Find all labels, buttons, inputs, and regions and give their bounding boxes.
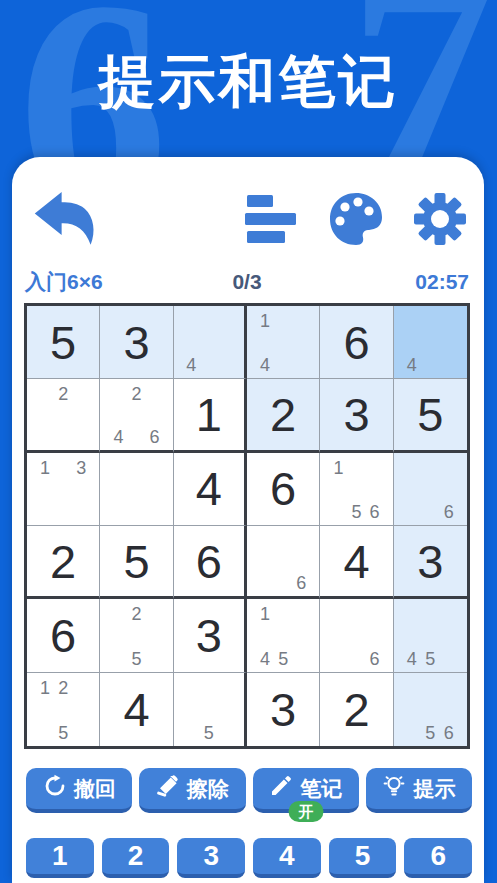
hint-button[interactable]: 提示 [366,768,472,813]
numpad-button-6[interactable]: 6 [404,838,472,878]
stats-icon [244,233,298,250]
cell-value: 3 [394,526,467,596]
grid-cell-r3c1[interactable]: 13 [27,453,100,526]
grid-cell-r2c5[interactable]: 3 [320,379,393,452]
grid-cell-r3c3[interactable]: 4 [174,453,247,526]
undo-button[interactable]: 撤回 [26,768,132,813]
cell-value: 5 [394,379,467,449]
undo-label: 撤回 [74,775,116,803]
grid-cell-r4c5[interactable]: 4 [320,526,393,599]
grid-cell-r5c2[interactable]: 25 [100,599,173,672]
cell-value: 6 [247,453,319,525]
number-pad: 1 2 3 4 5 6 [26,838,472,878]
settings-icon [412,233,468,250]
numpad-button-3[interactable]: 3 [177,838,245,878]
grid-cell-r6c5[interactable]: 2 [320,673,393,746]
notes-label: 笔记 [300,775,342,803]
grid-cell-r4c4[interactable]: 6 [247,526,320,599]
sudoku-board: 5341464224612351346156625664362531456451… [24,303,470,749]
settings-button[interactable] [412,191,468,247]
status-bar: 入门6×6 0/3 02:57 [25,267,469,297]
numpad-button-5[interactable]: 5 [329,838,397,878]
cell-notes: 2 [36,381,90,445]
grid-cell-r1c4[interactable]: 14 [247,306,320,379]
cell-value: 6 [27,599,99,671]
grid-cell-r2c4[interactable]: 2 [247,379,320,452]
grid-cell-r3c5[interactable]: 156 [320,453,393,526]
cell-notes: 56 [403,675,458,742]
grid-cell-r2c2[interactable]: 246 [100,379,173,452]
cell-notes: 5 [183,675,235,742]
back-icon [32,235,102,252]
page-title: 提示和笔记 [0,44,497,121]
numpad-button-4[interactable]: 4 [253,838,321,878]
grid-cell-r6c3[interactable]: 5 [174,673,247,746]
cell-value: 4 [320,526,392,596]
grid-cell-r2c3[interactable]: 1 [174,379,247,452]
cell-value: 4 [174,453,244,525]
grid-cell-r2c6[interactable]: 5 [394,379,467,452]
cell-value: 3 [100,306,172,378]
cell-notes: 14 [256,308,310,374]
toolbar [12,189,484,249]
stats-button[interactable] [244,191,300,247]
grid-cell-r5c3[interactable]: 3 [174,599,247,672]
cell-value: 4 [100,673,172,746]
grid-cell-r5c5[interactable]: 6 [320,599,393,672]
grid-cell-r3c4[interactable]: 6 [247,453,320,526]
cell-notes: 6 [329,601,383,667]
cell-value: 2 [247,379,319,449]
erase-icon [156,774,180,803]
grid-cell-r1c3[interactable]: 4 [174,306,247,379]
grid-cell-r5c6[interactable]: 45 [394,599,467,672]
notes-button[interactable]: 笔记 开 [253,768,359,813]
cell-notes: 6 [403,455,458,521]
toolbar-right-group [244,189,468,249]
back-button[interactable] [32,191,102,249]
grid-cell-r3c2[interactable] [100,453,173,526]
grid-cell-r1c2[interactable]: 3 [100,306,173,379]
cell-value: 2 [27,526,99,596]
grid-cell-r6c2[interactable]: 4 [100,673,173,746]
cell-value: 6 [320,306,392,378]
grid-cell-r5c4[interactable]: 145 [247,599,320,672]
cell-notes: 125 [36,675,90,742]
grid-cell-r1c5[interactable]: 6 [320,306,393,379]
cell-notes: 145 [256,601,310,667]
cell-value: 1 [174,379,244,449]
undo-icon [43,774,67,803]
grid-cell-r4c1[interactable]: 2 [27,526,100,599]
bulb-icon [382,774,406,803]
grid-cell-r4c2[interactable]: 5 [100,526,173,599]
grid-cell-r1c6[interactable]: 4 [394,306,467,379]
numpad-button-1[interactable]: 1 [26,838,94,878]
grid-cell-r2c1[interactable]: 2 [27,379,100,452]
cell-value: 2 [320,673,392,746]
cell-notes: 25 [109,601,163,667]
game-card: 入门6×6 0/3 02:57 534146422461235134615662… [12,157,484,883]
numpad-button-2[interactable]: 2 [102,838,170,878]
cell-notes: 6 [256,528,310,592]
cell-notes: 156 [329,455,383,521]
theme-button[interactable] [328,191,384,247]
cell-value: 5 [100,526,172,596]
erase-button[interactable]: 擦除 [139,768,245,813]
cell-value: 3 [174,599,244,671]
cell-notes: 13 [36,455,90,521]
hint-label: 提示 [413,775,455,803]
grid-cell-r4c3[interactable]: 6 [174,526,247,599]
action-bar: 撤回 擦除 笔记 开 [26,768,472,813]
notes-on-badge: 开 [288,801,323,822]
grid-cell-r6c4[interactable]: 3 [247,673,320,746]
cell-value: 3 [247,673,319,746]
palette-icon [328,233,384,250]
cell-notes: 4 [183,308,235,374]
erase-label: 擦除 [187,775,229,803]
mistake-counter: 0/3 [25,270,469,294]
cell-value: 5 [27,306,99,378]
grid-cell-r5c1[interactable]: 6 [27,599,100,672]
grid-cell-r1c1[interactable]: 5 [27,306,100,379]
grid-cell-r4c6[interactable]: 3 [394,526,467,599]
grid-cell-r3c6[interactable]: 6 [394,453,467,526]
cell-notes: 45 [403,601,458,667]
pencil-icon [269,774,293,803]
grid-cell-r6c6[interactable]: 56 [394,673,467,746]
cell-notes: 4 [403,308,458,374]
grid-cell-r6c1[interactable]: 125 [27,673,100,746]
cell-notes: 246 [109,381,163,445]
cell-value: 3 [320,379,392,449]
cell-value: 6 [174,526,244,596]
